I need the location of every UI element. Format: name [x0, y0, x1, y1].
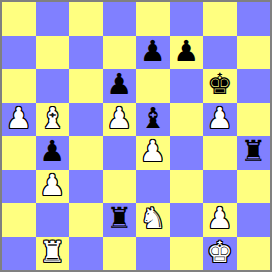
- square-b3[interactable]: ♟: [36, 170, 70, 204]
- square-d8[interactable]: [103, 2, 137, 36]
- square-g4[interactable]: [203, 136, 237, 170]
- square-b1[interactable]: ♜: [36, 237, 70, 271]
- square-c3[interactable]: [69, 170, 103, 204]
- square-e6[interactable]: [136, 69, 170, 103]
- square-a2[interactable]: [2, 203, 36, 237]
- square-d1[interactable]: [103, 237, 137, 271]
- square-e1[interactable]: [136, 237, 170, 271]
- square-c2[interactable]: [69, 203, 103, 237]
- square-g7[interactable]: [203, 36, 237, 70]
- square-f3[interactable]: [170, 170, 204, 204]
- piece-white-pawn[interactable]: ♟: [39, 171, 65, 200]
- square-h2[interactable]: [237, 203, 271, 237]
- square-g2[interactable]: ♟: [203, 203, 237, 237]
- square-g1[interactable]: ♚: [203, 237, 237, 271]
- square-e3[interactable]: [136, 170, 170, 204]
- square-c4[interactable]: [69, 136, 103, 170]
- square-a8[interactable]: [2, 2, 36, 36]
- square-e8[interactable]: [136, 2, 170, 36]
- square-h8[interactable]: [237, 2, 271, 36]
- square-b8[interactable]: [36, 2, 70, 36]
- square-a6[interactable]: [2, 69, 36, 103]
- square-b2[interactable]: [36, 203, 70, 237]
- piece-white-pawn[interactable]: ♟: [207, 104, 233, 133]
- square-f2[interactable]: [170, 203, 204, 237]
- piece-white-rook[interactable]: ♜: [39, 238, 65, 267]
- square-f1[interactable]: [170, 237, 204, 271]
- square-d5[interactable]: ♟: [103, 103, 137, 137]
- chess-board: ♟♟♟♚♟♝♟♝♟♟♟♜♟♜♞♟♜♚: [0, 0, 272, 272]
- square-e2[interactable]: ♞: [136, 203, 170, 237]
- square-c6[interactable]: [69, 69, 103, 103]
- square-a1[interactable]: [2, 237, 36, 271]
- square-h6[interactable]: [237, 69, 271, 103]
- piece-black-king[interactable]: ♚: [207, 70, 233, 99]
- square-d2[interactable]: ♜: [103, 203, 137, 237]
- square-h1[interactable]: [237, 237, 271, 271]
- square-h3[interactable]: [237, 170, 271, 204]
- square-a4[interactable]: [2, 136, 36, 170]
- square-b5[interactable]: ♝: [36, 103, 70, 137]
- square-f7[interactable]: ♟: [170, 36, 204, 70]
- piece-white-pawn[interactable]: ♟: [6, 104, 32, 133]
- square-g6[interactable]: ♚: [203, 69, 237, 103]
- square-g5[interactable]: ♟: [203, 103, 237, 137]
- piece-black-rook[interactable]: ♜: [106, 204, 132, 233]
- square-g3[interactable]: [203, 170, 237, 204]
- piece-black-pawn[interactable]: ♟: [173, 37, 199, 66]
- square-d6[interactable]: ♟: [103, 69, 137, 103]
- piece-black-pawn[interactable]: ♟: [106, 70, 132, 99]
- piece-white-pawn[interactable]: ♟: [207, 204, 233, 233]
- square-c1[interactable]: [69, 237, 103, 271]
- square-d3[interactable]: [103, 170, 137, 204]
- square-c5[interactable]: [69, 103, 103, 137]
- square-d7[interactable]: [103, 36, 137, 70]
- square-e7[interactable]: ♟: [136, 36, 170, 70]
- piece-black-rook[interactable]: ♜: [240, 137, 266, 166]
- square-d4[interactable]: [103, 136, 137, 170]
- square-a5[interactable]: ♟: [2, 103, 36, 137]
- square-b6[interactable]: [36, 69, 70, 103]
- square-c7[interactable]: [69, 36, 103, 70]
- square-e4[interactable]: ♟: [136, 136, 170, 170]
- square-g8[interactable]: [203, 2, 237, 36]
- square-b4[interactable]: ♟: [36, 136, 70, 170]
- piece-white-bishop[interactable]: ♝: [39, 104, 65, 133]
- square-e5[interactable]: ♝: [136, 103, 170, 137]
- piece-black-pawn[interactable]: ♟: [39, 137, 65, 166]
- square-a3[interactable]: [2, 170, 36, 204]
- square-f5[interactable]: [170, 103, 204, 137]
- square-f8[interactable]: [170, 2, 204, 36]
- square-c8[interactable]: [69, 2, 103, 36]
- piece-white-pawn[interactable]: ♟: [140, 137, 166, 166]
- square-f4[interactable]: [170, 136, 204, 170]
- square-f6[interactable]: [170, 69, 204, 103]
- piece-black-pawn[interactable]: ♟: [140, 37, 166, 66]
- square-h7[interactable]: [237, 36, 271, 70]
- square-b7[interactable]: [36, 36, 70, 70]
- square-a7[interactable]: [2, 36, 36, 70]
- square-h4[interactable]: ♜: [237, 136, 271, 170]
- piece-white-knight[interactable]: ♞: [140, 204, 166, 233]
- square-h5[interactable]: [237, 103, 271, 137]
- piece-black-bishop[interactable]: ♝: [140, 104, 166, 133]
- piece-white-pawn[interactable]: ♟: [106, 104, 132, 133]
- piece-white-king[interactable]: ♚: [207, 238, 233, 267]
